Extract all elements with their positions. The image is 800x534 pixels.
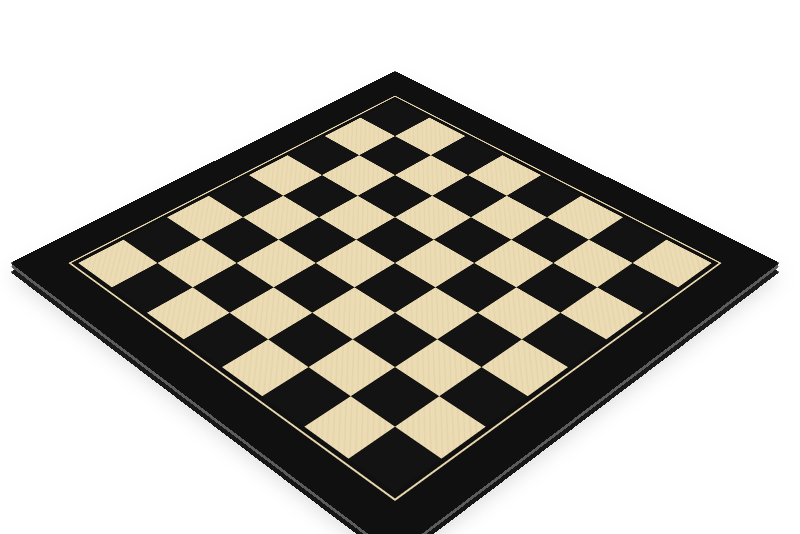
board-frame	[10, 71, 779, 534]
photo-background	[0, 0, 800, 534]
chessboard	[123, 0, 667, 534]
playing-field	[78, 100, 712, 492]
